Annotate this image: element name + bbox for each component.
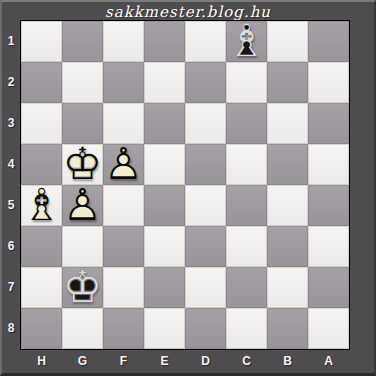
square-c6 (226, 226, 267, 267)
square-a5 (308, 185, 349, 226)
square-h3 (21, 103, 62, 144)
rank-label-2: 2 (2, 62, 20, 103)
file-label-e: E (144, 351, 185, 373)
file-label-f: F (103, 351, 144, 373)
square-d8 (185, 308, 226, 349)
rank-label-3: 3 (2, 103, 20, 144)
square-f6 (103, 226, 144, 267)
square-g2 (62, 62, 103, 103)
white-bishop-icon: ♝♗ (21, 185, 62, 226)
rank-labels: 12345678 (2, 21, 20, 349)
square-g8 (62, 308, 103, 349)
square-b4 (267, 144, 308, 185)
square-f2 (103, 62, 144, 103)
square-c4 (226, 144, 267, 185)
white-pawn-outline: ♙ (62, 182, 103, 226)
square-c3 (226, 103, 267, 144)
square-h5: ♝♗ (21, 185, 62, 226)
square-b8 (267, 308, 308, 349)
square-h7 (21, 267, 62, 308)
file-label-c: C (226, 351, 267, 373)
rank-label-4: 4 (2, 144, 20, 185)
square-e4 (144, 144, 185, 185)
rank-label-1: 1 (2, 21, 20, 62)
square-e6 (144, 226, 185, 267)
square-b7 (267, 267, 308, 308)
square-c8 (226, 308, 267, 349)
black-king-icon: ♚♔ (62, 267, 103, 308)
board: ♝♗♚♔♟♙♝♗♟♙♚♔ (20, 20, 350, 350)
file-label-b: B (267, 351, 308, 373)
square-g1 (62, 21, 103, 62)
white-bishop-outline: ♗ (21, 182, 62, 226)
square-f5 (103, 185, 144, 226)
square-b6 (267, 226, 308, 267)
square-h2 (21, 62, 62, 103)
square-e1 (144, 21, 185, 62)
square-f8 (103, 308, 144, 349)
square-d2 (185, 62, 226, 103)
square-a1 (308, 21, 349, 62)
chess-diagram-frame: sakkmester.blog.hu ♝♗♚♔♟♙♝♗♟♙♚♔ 12345678… (0, 0, 376, 376)
white-pawn-icon: ♟♙ (62, 185, 103, 226)
square-c1: ♝♗ (226, 21, 267, 62)
square-d1 (185, 21, 226, 62)
square-e7 (144, 267, 185, 308)
square-a7 (308, 267, 349, 308)
square-b5 (267, 185, 308, 226)
square-c5 (226, 185, 267, 226)
square-b1 (267, 21, 308, 62)
square-d4 (185, 144, 226, 185)
black-bishop-outline: ♗ (226, 18, 267, 62)
rank-label-5: 5 (2, 185, 20, 226)
square-e5 (144, 185, 185, 226)
file-label-d: D (185, 351, 226, 373)
square-h1 (21, 21, 62, 62)
black-bishop-icon: ♝♗ (226, 21, 267, 62)
square-f1 (103, 21, 144, 62)
rank-label-8: 8 (2, 308, 20, 349)
square-b2 (267, 62, 308, 103)
file-label-a: A (308, 351, 349, 373)
square-g5: ♟♙ (62, 185, 103, 226)
square-d7 (185, 267, 226, 308)
square-e8 (144, 308, 185, 349)
white-pawn-icon: ♟♙ (103, 144, 144, 185)
square-f4: ♟♙ (103, 144, 144, 185)
watermark-title: sakkmester.blog.hu (2, 3, 374, 21)
square-g7: ♚♔ (62, 267, 103, 308)
square-a4 (308, 144, 349, 185)
rank-label-7: 7 (2, 267, 20, 308)
square-e3 (144, 103, 185, 144)
file-labels: HGFEDCBA (21, 351, 349, 373)
white-pawn-outline: ♙ (103, 141, 144, 185)
square-d5 (185, 185, 226, 226)
black-king-outline: ♔ (62, 264, 103, 308)
square-b3 (267, 103, 308, 144)
square-d3 (185, 103, 226, 144)
square-f7 (103, 267, 144, 308)
square-a8 (308, 308, 349, 349)
file-label-h: H (21, 351, 62, 373)
square-a2 (308, 62, 349, 103)
square-h8 (21, 308, 62, 349)
square-e2 (144, 62, 185, 103)
square-d6 (185, 226, 226, 267)
square-a6 (308, 226, 349, 267)
square-c2 (226, 62, 267, 103)
square-h6 (21, 226, 62, 267)
rank-label-6: 6 (2, 226, 20, 267)
file-label-g: G (62, 351, 103, 373)
square-a3 (308, 103, 349, 144)
square-c7 (226, 267, 267, 308)
